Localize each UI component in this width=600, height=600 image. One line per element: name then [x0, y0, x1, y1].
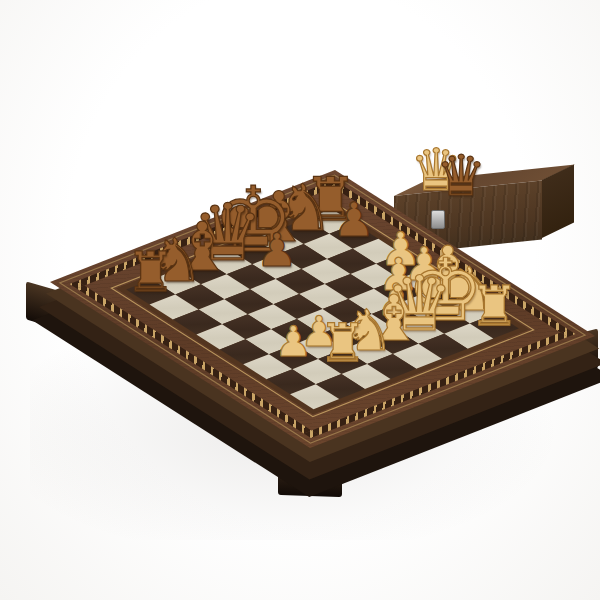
box-clasp-icon — [431, 210, 445, 229]
dark-rook-piece: ♜ — [126, 245, 175, 300]
box-dark-queen-piece: ♛ — [436, 148, 486, 204]
dark-pawn-piece: ♟ — [333, 196, 375, 243]
light-rook-piece: ♜ — [470, 279, 519, 334]
light-rook-piece: ♜ — [319, 316, 367, 369]
light-pawn-piece: ♟ — [275, 321, 313, 363]
product-photo-stage: ♜♞♝♛♚♟♝♞♜♟♟♟♜♞♝♛♟♚♟♟♟♝♞♜♛♛ — [0, 0, 600, 600]
dark-pawn-piece: ♟ — [256, 227, 297, 273]
